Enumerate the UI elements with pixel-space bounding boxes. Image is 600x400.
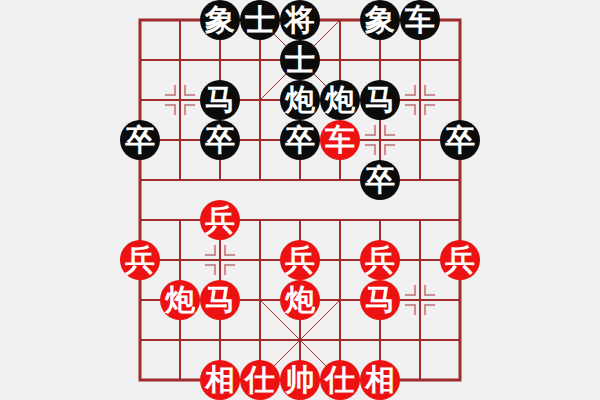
piece-red-soldier[interactable]: 兵 <box>280 240 320 280</box>
pieces-layer: 象士将象车士马炮炮马卒卒卒车卒卒兵兵兵兵兵炮马炮马相仕帅仕相 <box>0 0 600 400</box>
piece-black-general[interactable]: 将 <box>280 0 320 40</box>
piece-red-soldier[interactable]: 兵 <box>200 200 240 240</box>
piece-red-advisor[interactable]: 仕 <box>240 360 280 400</box>
piece-red-elephant[interactable]: 相 <box>360 360 400 400</box>
piece-red-chariot[interactable]: 车 <box>320 120 360 160</box>
piece-black-advisor[interactable]: 士 <box>240 0 280 40</box>
piece-black-cannon[interactable]: 炮 <box>320 80 360 120</box>
piece-black-horse[interactable]: 马 <box>200 80 240 120</box>
piece-red-elephant[interactable]: 相 <box>200 360 240 400</box>
piece-black-horse[interactable]: 马 <box>360 80 400 120</box>
piece-black-elephant[interactable]: 象 <box>200 0 240 40</box>
piece-red-soldier[interactable]: 兵 <box>120 240 160 280</box>
piece-red-horse[interactable]: 马 <box>360 280 400 320</box>
piece-black-cannon[interactable]: 炮 <box>280 80 320 120</box>
piece-black-soldier[interactable]: 卒 <box>120 120 160 160</box>
piece-red-soldier[interactable]: 兵 <box>440 240 480 280</box>
piece-black-elephant[interactable]: 象 <box>360 0 400 40</box>
piece-black-advisor[interactable]: 士 <box>280 40 320 80</box>
piece-red-cannon[interactable]: 炮 <box>280 280 320 320</box>
piece-black-soldier[interactable]: 卒 <box>360 160 400 200</box>
xiangqi-board-screenshot: 象士将象车士马炮炮马卒卒卒车卒卒兵兵兵兵兵炮马炮马相仕帅仕相 <box>0 0 600 400</box>
piece-black-soldier[interactable]: 卒 <box>200 120 240 160</box>
piece-red-advisor[interactable]: 仕 <box>320 360 360 400</box>
piece-black-soldier[interactable]: 卒 <box>440 120 480 160</box>
piece-red-general[interactable]: 帅 <box>280 360 320 400</box>
piece-red-cannon[interactable]: 炮 <box>160 280 200 320</box>
piece-red-soldier[interactable]: 兵 <box>360 240 400 280</box>
piece-black-soldier[interactable]: 卒 <box>280 120 320 160</box>
piece-red-horse[interactable]: 马 <box>200 280 240 320</box>
piece-black-chariot[interactable]: 车 <box>400 0 440 40</box>
